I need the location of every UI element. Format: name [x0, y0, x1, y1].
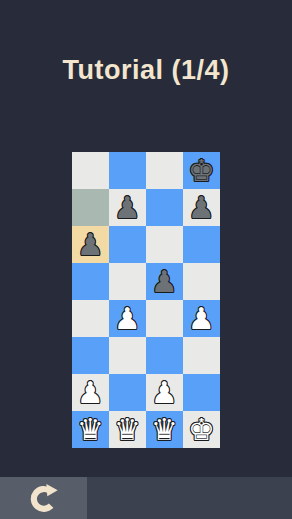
square-b6[interactable]: [109, 226, 146, 263]
square-b3[interactable]: [109, 337, 146, 374]
bottom-bar: [0, 477, 292, 519]
square-c2[interactable]: ♟: [146, 374, 183, 411]
square-c3[interactable]: [146, 337, 183, 374]
square-b8[interactable]: [109, 152, 146, 189]
square-d1[interactable]: ♚: [183, 411, 220, 448]
black-pawn: ♟: [151, 263, 178, 300]
square-c7[interactable]: [146, 189, 183, 226]
square-b4[interactable]: ♟: [109, 300, 146, 337]
black-pawn: ♟: [114, 189, 141, 226]
white-queen: ♛: [114, 411, 141, 448]
square-d6[interactable]: [183, 226, 220, 263]
white-pawn: ♟: [151, 374, 178, 411]
white-queen: ♛: [77, 411, 104, 448]
square-a7[interactable]: [72, 189, 109, 226]
app-root: { "app": { "background": "#272b3a" }, "h…: [0, 0, 292, 519]
white-king: ♚: [188, 411, 215, 448]
square-a8[interactable]: [72, 152, 109, 189]
square-c6[interactable]: [146, 226, 183, 263]
restart-button[interactable]: [0, 477, 87, 519]
page-title: Tutorial (1/4): [0, 56, 292, 84]
square-a1[interactable]: ♛: [72, 411, 109, 448]
square-c8[interactable]: [146, 152, 183, 189]
square-b7[interactable]: ♟: [109, 189, 146, 226]
square-c1[interactable]: ♛: [146, 411, 183, 448]
square-d2[interactable]: [183, 374, 220, 411]
square-a5[interactable]: [72, 263, 109, 300]
square-a6[interactable]: ♟: [72, 226, 109, 263]
black-pawn: ♟: [188, 189, 215, 226]
square-b5[interactable]: [109, 263, 146, 300]
black-pawn: ♟: [77, 226, 104, 263]
white-queen: ♛: [151, 411, 178, 448]
white-pawn: ♟: [77, 374, 104, 411]
square-b1[interactable]: ♛: [109, 411, 146, 448]
restart-icon: [27, 481, 61, 515]
square-d4[interactable]: ♟: [183, 300, 220, 337]
square-c5[interactable]: ♟: [146, 263, 183, 300]
white-pawn: ♟: [188, 300, 215, 337]
square-c4[interactable]: [146, 300, 183, 337]
square-d3[interactable]: [183, 337, 220, 374]
white-pawn: ♟: [114, 300, 141, 337]
square-d8[interactable]: ♚: [183, 152, 220, 189]
square-b2[interactable]: [109, 374, 146, 411]
chess-board: ♚♟♟♟♟♟♟♟♟♛♛♛♚: [72, 152, 220, 448]
square-a2[interactable]: ♟: [72, 374, 109, 411]
black-king: ♚: [188, 152, 215, 189]
square-d7[interactable]: ♟: [183, 189, 220, 226]
square-d5[interactable]: [183, 263, 220, 300]
square-a3[interactable]: [72, 337, 109, 374]
square-a4[interactable]: [72, 300, 109, 337]
